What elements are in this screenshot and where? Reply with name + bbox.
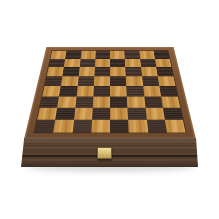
board-square [50, 51, 66, 59]
board-square [141, 67, 158, 76]
board-square [34, 120, 55, 133]
board-square [110, 97, 128, 108]
board-square [126, 86, 144, 96]
board-square [126, 76, 143, 86]
chessboard-lid [24, 47, 196, 139]
chess-board [33, 50, 186, 133]
board-square [47, 67, 64, 76]
board-square [110, 108, 128, 120]
board-square [165, 120, 186, 133]
board-square [91, 120, 110, 133]
board-square [163, 108, 183, 120]
product-photo [0, 0, 219, 219]
board-square [78, 67, 94, 76]
board-square [53, 120, 73, 133]
board-square [76, 86, 94, 96]
board-square [93, 86, 110, 96]
board-square [127, 97, 145, 108]
board-square [92, 97, 110, 108]
board-square [139, 51, 155, 59]
board-square [92, 108, 110, 120]
board-square [59, 86, 77, 96]
board-square [64, 59, 80, 68]
board-square [110, 76, 126, 86]
board-square [110, 51, 125, 59]
board-square [161, 97, 180, 108]
brass-clasp [97, 147, 112, 159]
board-square [77, 76, 94, 86]
board-square [74, 108, 93, 120]
box-front-panel [21, 138, 198, 167]
board-square [95, 51, 110, 59]
board-square [153, 51, 169, 59]
board-square [42, 86, 61, 96]
board-square [95, 59, 110, 68]
board-square [80, 51, 95, 59]
board-square [40, 97, 59, 108]
board-square [110, 120, 129, 133]
board-square [55, 108, 74, 120]
board-square [61, 76, 78, 86]
board-square [72, 120, 92, 133]
board-square [65, 51, 81, 59]
board-square [158, 76, 176, 86]
board-square [125, 59, 141, 68]
board-square [140, 59, 156, 68]
board-square [49, 59, 66, 68]
board-square [79, 59, 95, 68]
board-square [124, 51, 139, 59]
board-square [128, 120, 148, 133]
board-square [144, 97, 163, 108]
board-square [45, 76, 63, 86]
board-square [145, 108, 164, 120]
board-square [94, 76, 110, 86]
board-square [62, 67, 79, 76]
board-square [57, 97, 76, 108]
board-square [94, 67, 110, 76]
board-square [155, 59, 172, 68]
board-square [128, 108, 147, 120]
board-square [159, 86, 178, 96]
board-square [142, 76, 159, 86]
board-square [156, 67, 173, 76]
board-square [75, 97, 93, 108]
board-square [146, 120, 166, 133]
board-square [110, 86, 127, 96]
board-square [110, 67, 126, 76]
board-square [110, 59, 125, 68]
board-square [125, 67, 141, 76]
board-square [37, 108, 57, 120]
board-square [143, 86, 161, 96]
